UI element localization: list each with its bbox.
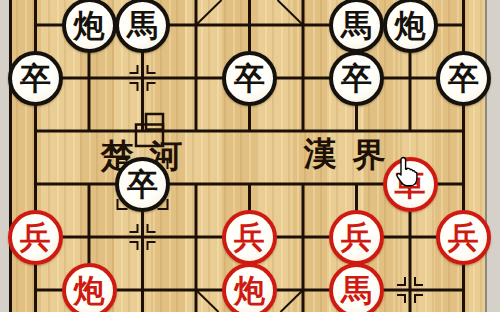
piece-red-soldier-a6[interactable]: 兵 <box>8 210 63 265</box>
piece-red-soldier-i6[interactable]: 兵 <box>436 210 491 265</box>
piece-red-cannon-e7[interactable]: 炮 <box>222 263 277 312</box>
piece-red-horse-g7[interactable]: 馬 <box>329 263 384 312</box>
piece-black-horse-g2[interactable]: 馬 <box>329 0 384 53</box>
piece-black-horse-c2[interactable]: 馬 <box>115 0 170 53</box>
piece-black-soldier-e3[interactable]: 卒 <box>222 51 277 106</box>
piece-black-soldier-i3[interactable]: 卒 <box>436 51 491 106</box>
piece-red-soldier-g6[interactable]: 兵 <box>329 210 384 265</box>
piece-black-soldier-a3[interactable]: 卒 <box>8 51 63 106</box>
piece-black-soldier-c5[interactable]: 卒 <box>115 157 170 212</box>
piece-black-cannon-h2[interactable]: 炮 <box>383 0 438 53</box>
piece-red-soldier-e6[interactable]: 兵 <box>222 210 277 265</box>
piece-black-cannon-b2[interactable]: 炮 <box>62 0 117 53</box>
xiangqi-board-screen: 楚 河 漢 界 炮馬馬炮卒卒卒卒卒車兵兵兵兵炮炮馬 <box>0 0 500 312</box>
cursor-hand-icon <box>394 156 420 188</box>
piece-black-soldier-g3[interactable]: 卒 <box>329 51 384 106</box>
piece-red-cannon-b7[interactable]: 炮 <box>62 263 117 312</box>
